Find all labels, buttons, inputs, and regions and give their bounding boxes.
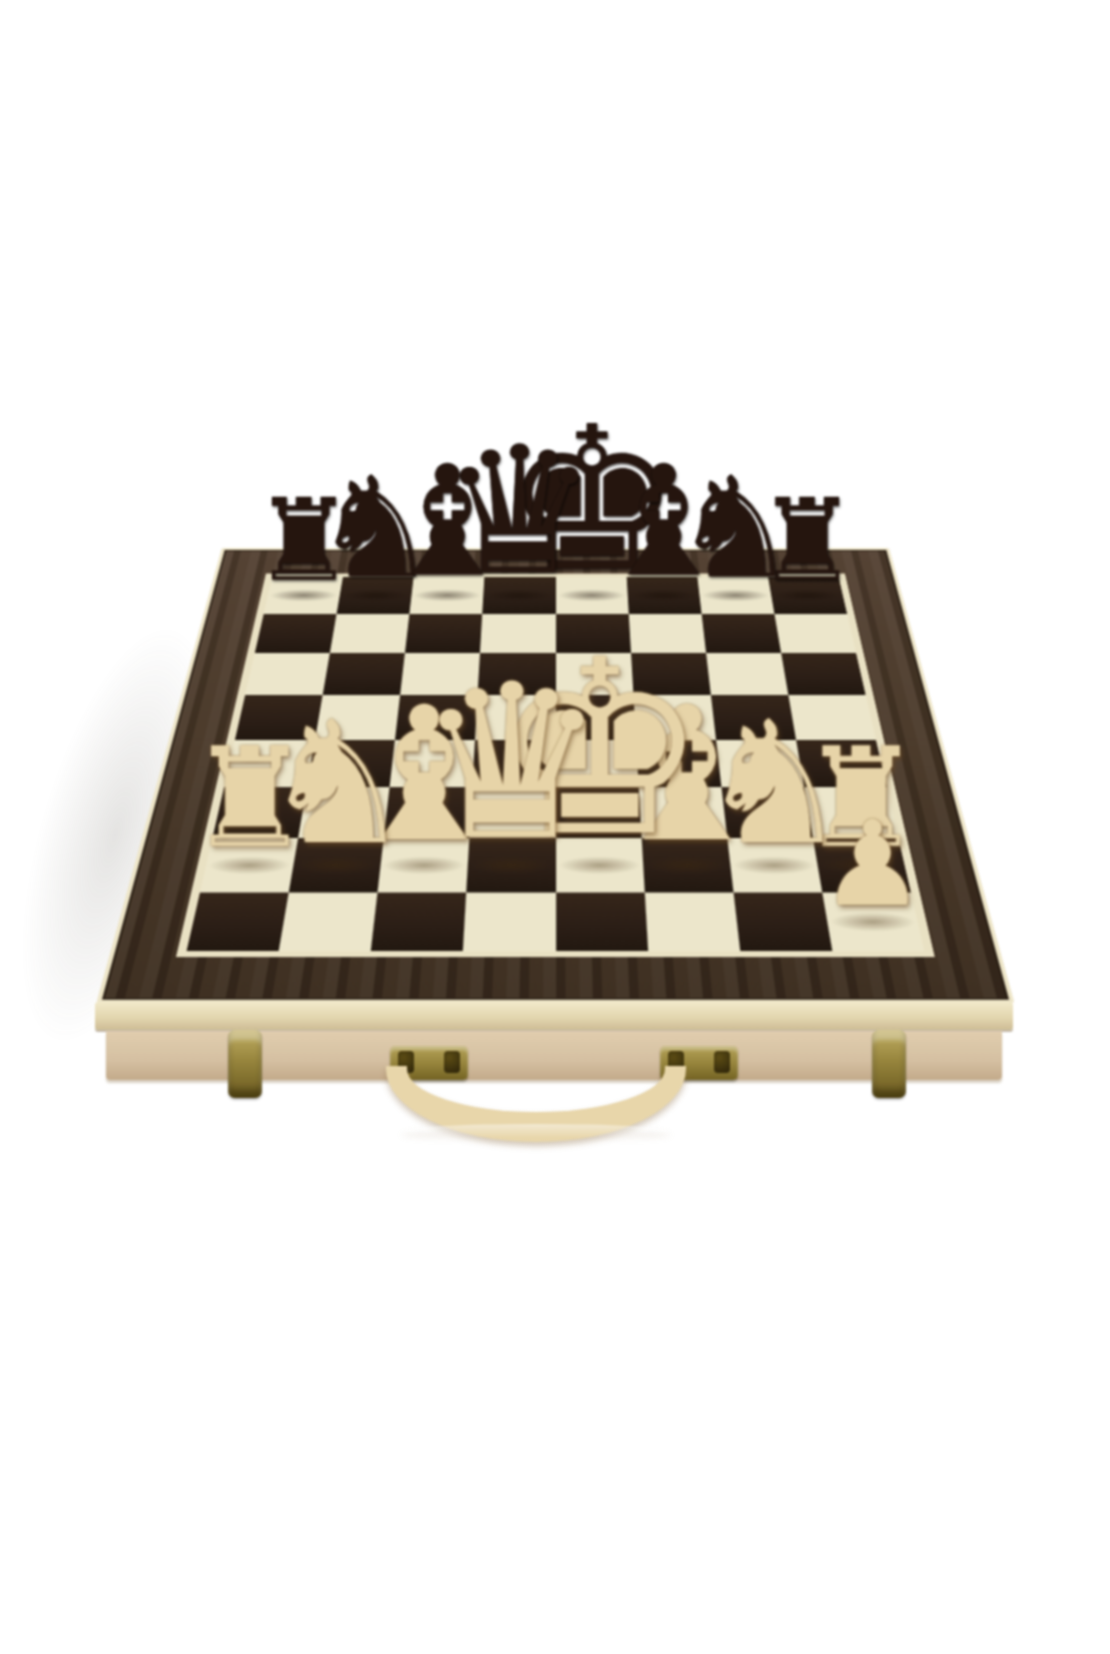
chess-board: ♜♞♝♛♚♝♞♜♜♞♝♛♚♝♞♜♟: [96, 548, 1014, 1003]
bishop-glyph: ♝: [595, 450, 732, 595]
case-lid-edge: [95, 1002, 1013, 1030]
carry-handle: [386, 1066, 686, 1142]
knight-glyph: ♞: [261, 702, 413, 863]
brass-clasp-left-icon: [228, 1030, 262, 1098]
pawn-glyph: ♟: [820, 809, 925, 921]
product-photo: ♜♞♝♛♚♝♞♜♜♞♝♛♚♝♞♜♟: [0, 0, 1110, 1654]
bishop-glyph: ♝: [379, 450, 516, 595]
queen-glyph: ♛: [416, 661, 607, 864]
brass-clasp-right-icon: [872, 1030, 906, 1098]
chess-case-photo: ♜♞♝♛♚♝♞♜♜♞♝♛♚♝♞♜♟: [0, 0, 1110, 1654]
pieces-layer: ♜♞♝♛♚♝♞♜♜♞♝♛♚♝♞♜♟: [96, 547, 1015, 1002]
